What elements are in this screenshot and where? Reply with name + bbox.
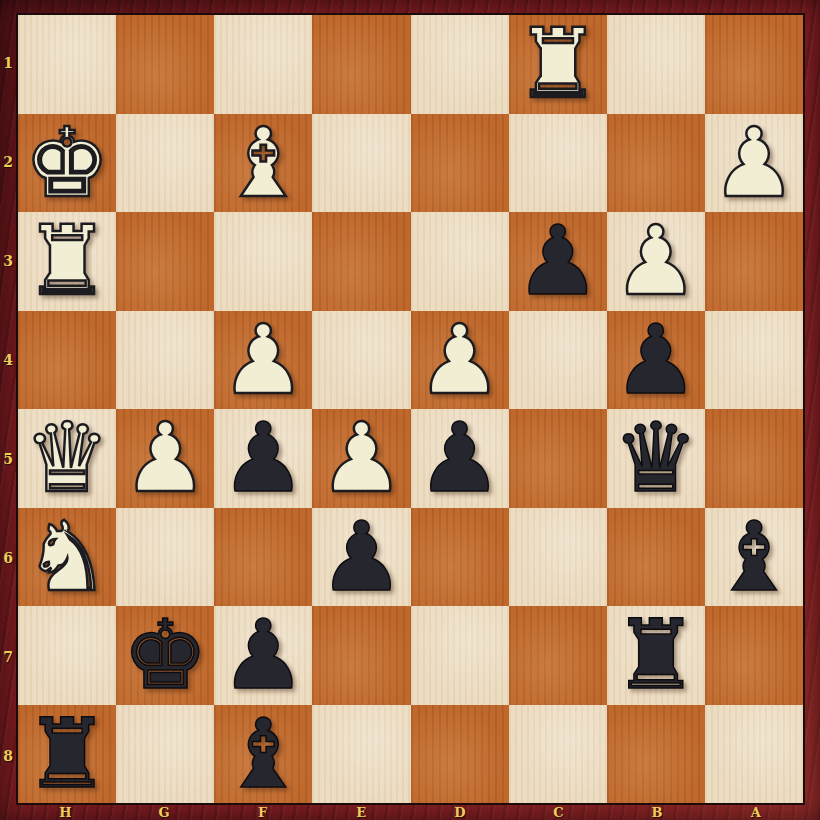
file-label-c: C: [509, 805, 608, 820]
piece-black-king-g7[interactable]: ♚: [122, 607, 208, 703]
square-c7[interactable]: [509, 606, 607, 705]
rank-labels: 12345678: [0, 13, 16, 805]
board: ♜♚♝♟♜♟♟♟♟♟♛♟♟♟♟♛♞♟♝♚♟♜♜♝: [16, 13, 805, 805]
square-f4[interactable]: ♟: [214, 311, 312, 410]
square-c6[interactable]: [509, 508, 607, 607]
square-b3[interactable]: ♟: [607, 212, 705, 311]
piece-white-queen-h5[interactable]: ♛: [24, 410, 110, 506]
square-h6[interactable]: ♞: [18, 508, 116, 607]
square-a2[interactable]: ♟: [705, 114, 803, 213]
square-b5[interactable]: ♛: [607, 409, 705, 508]
square-c2[interactable]: [509, 114, 607, 213]
file-label-h: H: [16, 805, 115, 820]
square-e8[interactable]: [312, 705, 410, 804]
square-g3[interactable]: [116, 212, 214, 311]
square-d4[interactable]: ♟: [411, 311, 509, 410]
rank-label-8: 8: [0, 706, 16, 805]
piece-black-pawn-f5[interactable]: ♟: [220, 410, 306, 506]
file-labels: HGFEDCBA: [16, 805, 805, 820]
square-g5[interactable]: ♟: [116, 409, 214, 508]
piece-white-pawn-g5[interactable]: ♟: [122, 410, 208, 506]
rank-label-3: 3: [0, 211, 16, 310]
square-f8[interactable]: ♝: [214, 705, 312, 804]
square-d7[interactable]: [411, 606, 509, 705]
piece-white-pawn-b3[interactable]: ♟: [613, 213, 699, 309]
square-c1[interactable]: ♜: [509, 15, 607, 114]
piece-black-bishop-f8[interactable]: ♝: [220, 706, 306, 802]
piece-white-rook-h3[interactable]: ♜: [24, 213, 110, 309]
piece-white-bishop-f2[interactable]: ♝: [220, 115, 306, 211]
rank-label-7: 7: [0, 607, 16, 706]
square-a1[interactable]: [705, 15, 803, 114]
square-e4[interactable]: [312, 311, 410, 410]
square-d8[interactable]: [411, 705, 509, 804]
piece-white-pawn-d4[interactable]: ♟: [417, 312, 503, 408]
piece-black-pawn-f7[interactable]: ♟: [220, 607, 306, 703]
square-d1[interactable]: [411, 15, 509, 114]
piece-white-pawn-e5[interactable]: ♟: [318, 410, 404, 506]
square-e5[interactable]: ♟: [312, 409, 410, 508]
square-b4[interactable]: ♟: [607, 311, 705, 410]
square-h7[interactable]: [18, 606, 116, 705]
square-f1[interactable]: [214, 15, 312, 114]
piece-white-pawn-f4[interactable]: ♟: [220, 312, 306, 408]
square-b6[interactable]: [607, 508, 705, 607]
square-e3[interactable]: [312, 212, 410, 311]
square-e1[interactable]: [312, 15, 410, 114]
square-b2[interactable]: [607, 114, 705, 213]
file-label-d: D: [411, 805, 510, 820]
square-c5[interactable]: [509, 409, 607, 508]
square-c8[interactable]: [509, 705, 607, 804]
square-b8[interactable]: [607, 705, 705, 804]
square-f3[interactable]: [214, 212, 312, 311]
piece-black-pawn-c3[interactable]: ♟: [515, 213, 601, 309]
square-d6[interactable]: [411, 508, 509, 607]
square-f5[interactable]: ♟: [214, 409, 312, 508]
square-a7[interactable]: [705, 606, 803, 705]
square-a5[interactable]: [705, 409, 803, 508]
square-c4[interactable]: [509, 311, 607, 410]
square-a6[interactable]: ♝: [705, 508, 803, 607]
square-h2[interactable]: ♚: [18, 114, 116, 213]
piece-black-rook-h8[interactable]: ♜: [24, 706, 110, 802]
square-g6[interactable]: [116, 508, 214, 607]
square-g7[interactable]: ♚: [116, 606, 214, 705]
piece-white-rook-c1[interactable]: ♜: [515, 16, 601, 112]
square-h8[interactable]: ♜: [18, 705, 116, 804]
square-g8[interactable]: [116, 705, 214, 804]
rank-label-2: 2: [0, 112, 16, 211]
square-e2[interactable]: [312, 114, 410, 213]
square-h1[interactable]: [18, 15, 116, 114]
piece-black-pawn-e6[interactable]: ♟: [318, 509, 404, 605]
square-f6[interactable]: [214, 508, 312, 607]
square-f2[interactable]: ♝: [214, 114, 312, 213]
rank-label-1: 1: [0, 13, 16, 112]
rank-label-4: 4: [0, 310, 16, 409]
square-a3[interactable]: [705, 212, 803, 311]
piece-black-pawn-d5[interactable]: ♟: [417, 410, 503, 506]
square-d5[interactable]: ♟: [411, 409, 509, 508]
square-h4[interactable]: [18, 311, 116, 410]
square-d3[interactable]: [411, 212, 509, 311]
square-b7[interactable]: ♜: [607, 606, 705, 705]
rank-label-6: 6: [0, 508, 16, 607]
square-h5[interactable]: ♛: [18, 409, 116, 508]
piece-white-pawn-a2[interactable]: ♟: [711, 115, 797, 211]
file-label-b: B: [608, 805, 707, 820]
square-h3[interactable]: ♜: [18, 212, 116, 311]
piece-black-pawn-b4[interactable]: ♟: [613, 312, 699, 408]
square-b1[interactable]: [607, 15, 705, 114]
file-label-a: A: [706, 805, 805, 820]
piece-black-rook-b7[interactable]: ♜: [613, 607, 699, 703]
chess-board-frame: ♜♚♝♟♜♟♟♟♟♟♛♟♟♟♟♛♞♟♝♚♟♜♜♝ 12345678 HGFEDC…: [0, 0, 820, 820]
rank-label-5: 5: [0, 409, 16, 508]
square-e6[interactable]: ♟: [312, 508, 410, 607]
file-label-g: G: [115, 805, 214, 820]
square-d2[interactable]: [411, 114, 509, 213]
square-a8[interactable]: [705, 705, 803, 804]
piece-white-knight-h6[interactable]: ♞: [24, 509, 110, 605]
square-g2[interactable]: [116, 114, 214, 213]
square-e7[interactable]: [312, 606, 410, 705]
square-g1[interactable]: [116, 15, 214, 114]
square-c3[interactable]: ♟: [509, 212, 607, 311]
square-g4[interactable]: [116, 311, 214, 410]
piece-black-bishop-a6[interactable]: ♝: [711, 509, 797, 605]
piece-white-king-h2[interactable]: ♚: [24, 115, 110, 211]
file-label-e: E: [312, 805, 411, 820]
piece-black-queen-b5[interactable]: ♛: [613, 410, 699, 506]
square-f7[interactable]: ♟: [214, 606, 312, 705]
square-a4[interactable]: [705, 311, 803, 410]
file-label-f: F: [213, 805, 312, 820]
